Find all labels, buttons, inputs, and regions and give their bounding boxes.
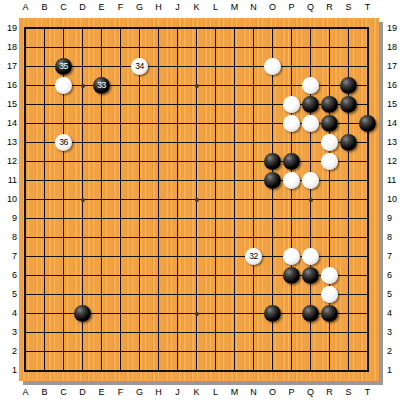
white-stone-R6 (321, 267, 338, 284)
black-stone-R15 (321, 96, 338, 113)
white-stone-G17: 34 (131, 58, 148, 75)
row-label-left-2: 2 (2, 342, 17, 361)
black-stone-T14 (359, 115, 376, 132)
black-stone-E16: 33 (93, 77, 110, 94)
star-point-D10 (81, 198, 85, 202)
white-stone-Q14 (302, 115, 319, 132)
col-label-top-S: S (339, 1, 358, 13)
col-label-top-J: J (168, 1, 187, 13)
row-label-left-6: 6 (2, 266, 17, 285)
col-label-bottom-A: A (16, 386, 35, 398)
col-label-bottom-Q: Q (301, 386, 320, 398)
board-grid[interactable]: 3533363432 (16, 19, 377, 380)
row-label-right-1: 1 (387, 361, 400, 380)
col-label-bottom-M: M (225, 386, 244, 398)
col-label-bottom-H: H (149, 386, 168, 398)
col-label-top-K: K (187, 1, 206, 13)
white-stone-Q11 (302, 172, 319, 189)
col-label-bottom-K: K (187, 386, 206, 398)
star-point-K16 (195, 84, 199, 88)
row-label-right-16: 16 (387, 76, 400, 95)
row-label-right-5: 5 (387, 285, 400, 304)
row-label-left-9: 9 (2, 209, 17, 228)
row-label-right-18: 18 (387, 38, 400, 57)
row-label-left-16: 16 (2, 76, 17, 95)
row-label-right-13: 13 (387, 133, 400, 152)
row-label-right-17: 17 (387, 57, 400, 76)
col-label-bottom-R: R (320, 386, 339, 398)
col-label-bottom-N: N (244, 386, 263, 398)
col-label-top-G: G (130, 1, 149, 13)
white-stone-Q16 (302, 77, 319, 94)
col-label-top-F: F (111, 1, 130, 13)
white-stone-P7 (283, 248, 300, 265)
black-stone-C17: 35 (55, 58, 72, 75)
row-label-left-5: 5 (2, 285, 17, 304)
white-stone-P14 (283, 115, 300, 132)
top-coordinate-labels: ABCDEFGHJKLMNOPQRST (16, 1, 377, 13)
row-label-right-12: 12 (387, 152, 400, 171)
black-stone-P6 (283, 267, 300, 284)
white-stone-P11 (283, 172, 300, 189)
black-stone-P12 (283, 153, 300, 170)
row-label-left-10: 10 (2, 190, 17, 209)
black-stone-O4 (264, 305, 281, 322)
black-stone-R4 (321, 305, 338, 322)
black-stone-S15 (340, 96, 357, 113)
move-number-label: 34 (135, 58, 143, 75)
left-coordinate-labels: 19181716151413121110987654321 (2, 19, 17, 380)
row-label-right-6: 6 (387, 266, 400, 285)
row-label-right-15: 15 (387, 95, 400, 114)
black-stone-O12 (264, 153, 281, 170)
col-label-top-A: A (16, 1, 35, 13)
move-number-label: 32 (249, 248, 257, 265)
black-stone-Q15 (302, 96, 319, 113)
black-stone-O11 (264, 172, 281, 189)
col-label-bottom-J: J (168, 386, 187, 398)
row-label-left-11: 11 (2, 171, 17, 190)
row-label-left-1: 1 (2, 361, 17, 380)
row-label-left-14: 14 (2, 114, 17, 133)
col-label-top-T: T (358, 1, 377, 13)
col-label-bottom-P: P (282, 386, 301, 398)
col-label-top-M: M (225, 1, 244, 13)
star-point-Q10 (309, 198, 313, 202)
row-label-left-12: 12 (2, 152, 17, 171)
col-label-top-R: R (320, 1, 339, 13)
move-number-label: 35 (59, 58, 67, 75)
black-stone-S16 (340, 77, 357, 94)
col-label-bottom-L: L (206, 386, 225, 398)
row-label-left-17: 17 (2, 57, 17, 76)
col-label-top-B: B (35, 1, 54, 13)
col-label-top-D: D (73, 1, 92, 13)
col-label-top-H: H (149, 1, 168, 13)
row-label-left-8: 8 (2, 228, 17, 247)
row-label-right-19: 19 (387, 19, 400, 38)
col-label-bottom-S: S (339, 386, 358, 398)
row-label-left-13: 13 (2, 133, 17, 152)
col-label-bottom-O: O (263, 386, 282, 398)
move-number-label: 36 (59, 134, 67, 151)
col-label-top-C: C (54, 1, 73, 13)
black-stone-D4 (74, 305, 91, 322)
row-label-left-19: 19 (2, 19, 17, 38)
white-stone-P15 (283, 96, 300, 113)
col-label-bottom-G: G (130, 386, 149, 398)
row-label-left-4: 4 (2, 304, 17, 323)
col-label-top-E: E (92, 1, 111, 13)
star-point-D16 (81, 84, 85, 88)
col-label-bottom-C: C (54, 386, 73, 398)
col-label-top-L: L (206, 1, 225, 13)
move-number-label: 33 (97, 77, 105, 94)
black-stone-Q4 (302, 305, 319, 322)
col-label-bottom-F: F (111, 386, 130, 398)
col-label-top-P: P (282, 1, 301, 13)
col-label-bottom-B: B (35, 386, 54, 398)
col-label-bottom-D: D (73, 386, 92, 398)
col-label-bottom-T: T (358, 386, 377, 398)
row-label-right-7: 7 (387, 247, 400, 266)
white-stone-R12 (321, 153, 338, 170)
white-stone-C13: 36 (55, 134, 72, 151)
row-label-left-18: 18 (2, 38, 17, 57)
row-label-right-4: 4 (387, 304, 400, 323)
star-point-K4 (195, 312, 199, 316)
white-stone-Q7 (302, 248, 319, 265)
row-label-right-11: 11 (387, 171, 400, 190)
star-point-K10 (195, 198, 199, 202)
go-board: 3533363432 (19, 18, 379, 381)
col-label-top-O: O (263, 1, 282, 13)
row-label-right-2: 2 (387, 342, 400, 361)
row-label-right-10: 10 (387, 190, 400, 209)
white-stone-R13 (321, 134, 338, 151)
black-stone-R14 (321, 115, 338, 132)
row-label-left-7: 7 (2, 247, 17, 266)
row-label-right-8: 8 (387, 228, 400, 247)
col-label-top-Q: Q (301, 1, 320, 13)
white-stone-R5 (321, 286, 338, 303)
white-stone-O17 (264, 58, 281, 75)
row-label-right-14: 14 (387, 114, 400, 133)
row-label-left-3: 3 (2, 323, 17, 342)
black-stone-S13 (340, 134, 357, 151)
col-label-bottom-E: E (92, 386, 111, 398)
row-label-left-15: 15 (2, 95, 17, 114)
row-label-right-9: 9 (387, 209, 400, 228)
bottom-coordinate-labels: ABCDEFGHJKLMNOPQRST (16, 386, 377, 398)
right-coordinate-labels: 19181716151413121110987654321 (387, 19, 400, 380)
black-stone-Q6 (302, 267, 319, 284)
white-stone-N7: 32 (245, 248, 262, 265)
col-label-top-N: N (244, 1, 263, 13)
white-stone-C16 (55, 77, 72, 94)
row-label-right-3: 3 (387, 323, 400, 342)
